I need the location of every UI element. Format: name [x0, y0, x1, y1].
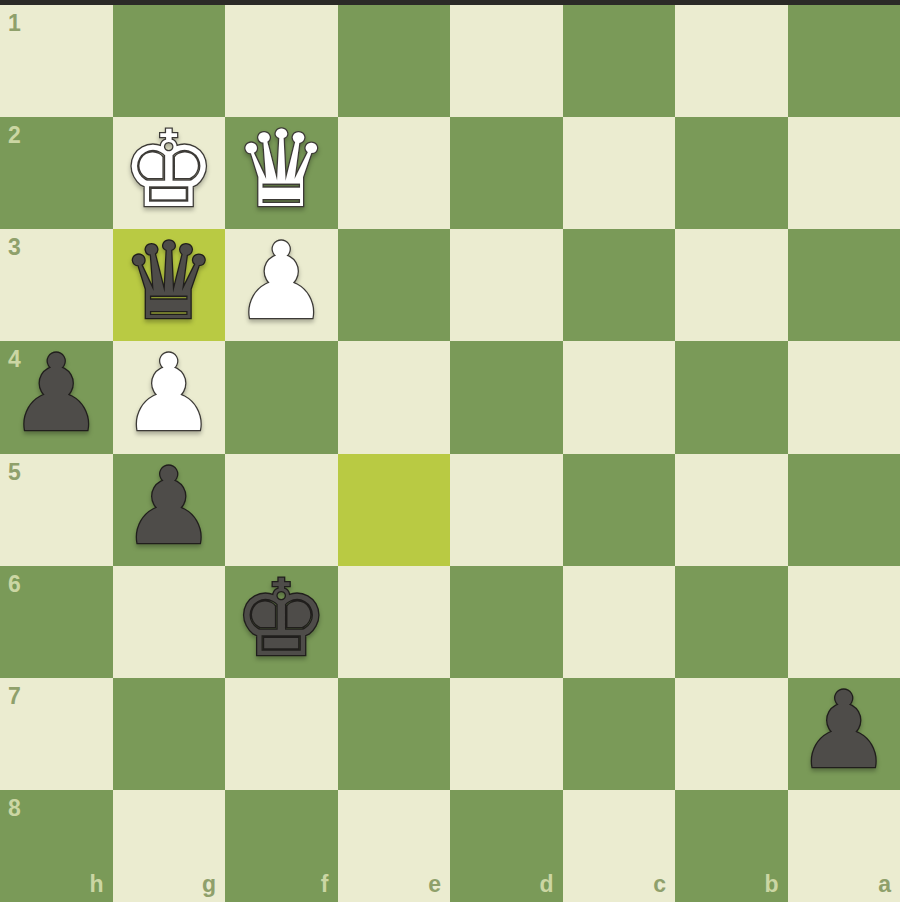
square-d1[interactable]	[450, 5, 563, 117]
square-f2[interactable]: ♛	[225, 117, 338, 229]
square-g6[interactable]	[113, 566, 226, 678]
file-label-g: g	[202, 873, 216, 896]
square-g4[interactable]: ♟	[113, 341, 226, 453]
square-h8[interactable]: 8h	[0, 790, 113, 902]
square-a2[interactable]	[788, 117, 900, 229]
square-d7[interactable]	[450, 678, 563, 790]
black-queen[interactable]: ♛	[121, 229, 216, 335]
square-b5[interactable]	[675, 454, 788, 566]
square-h1[interactable]: 1	[0, 5, 113, 117]
square-c1[interactable]	[563, 5, 676, 117]
square-g1[interactable]	[113, 5, 226, 117]
black-pawn[interactable]: ♟	[9, 341, 104, 447]
rank-label-1: 1	[8, 12, 21, 35]
square-a5[interactable]	[788, 454, 900, 566]
square-d2[interactable]	[450, 117, 563, 229]
square-c2[interactable]	[563, 117, 676, 229]
square-c6[interactable]	[563, 566, 676, 678]
square-f6[interactable]: ♚	[225, 566, 338, 678]
square-c4[interactable]	[563, 341, 676, 453]
square-h6[interactable]: 6	[0, 566, 113, 678]
square-c3[interactable]	[563, 229, 676, 341]
square-b6[interactable]	[675, 566, 788, 678]
square-b2[interactable]	[675, 117, 788, 229]
square-f8[interactable]: f	[225, 790, 338, 902]
file-label-b: b	[764, 873, 778, 896]
square-f5[interactable]	[225, 454, 338, 566]
file-label-d: d	[539, 873, 553, 896]
black-pawn[interactable]: ♟	[796, 678, 891, 784]
square-b4[interactable]	[675, 341, 788, 453]
rank-label-6: 6	[8, 573, 21, 596]
square-a7[interactable]: ♟	[788, 678, 900, 790]
square-e1[interactable]	[338, 5, 451, 117]
square-a8[interactable]: a	[788, 790, 900, 902]
square-f4[interactable]	[225, 341, 338, 453]
file-label-h: h	[89, 873, 103, 896]
file-label-e: e	[428, 873, 441, 896]
square-e7[interactable]	[338, 678, 451, 790]
square-b7[interactable]	[675, 678, 788, 790]
square-a6[interactable]	[788, 566, 900, 678]
square-e8[interactable]: e	[338, 790, 451, 902]
square-e6[interactable]	[338, 566, 451, 678]
white-pawn[interactable]: ♟	[234, 229, 329, 335]
white-pawn[interactable]: ♟	[121, 341, 216, 447]
rank-label-2: 2	[8, 124, 21, 147]
square-g3[interactable]: ♛	[113, 229, 226, 341]
file-label-a: a	[878, 873, 891, 896]
square-b3[interactable]	[675, 229, 788, 341]
square-d5[interactable]	[450, 454, 563, 566]
square-h4[interactable]: 4♟	[0, 341, 113, 453]
square-e4[interactable]	[338, 341, 451, 453]
square-d8[interactable]: d	[450, 790, 563, 902]
black-pawn[interactable]: ♟	[121, 454, 216, 560]
square-f7[interactable]	[225, 678, 338, 790]
square-f1[interactable]	[225, 5, 338, 117]
chess-board: 12♚♛3♛♟4♟♟5♟6♚7♟8hgfedcba	[0, 5, 900, 902]
square-a4[interactable]	[788, 341, 900, 453]
square-h7[interactable]: 7	[0, 678, 113, 790]
white-king[interactable]: ♚	[121, 117, 216, 223]
square-d6[interactable]	[450, 566, 563, 678]
square-f3[interactable]: ♟	[225, 229, 338, 341]
square-g5[interactable]: ♟	[113, 454, 226, 566]
square-c7[interactable]	[563, 678, 676, 790]
rank-label-7: 7	[8, 685, 21, 708]
square-d4[interactable]	[450, 341, 563, 453]
square-b8[interactable]: b	[675, 790, 788, 902]
square-h3[interactable]: 3	[0, 229, 113, 341]
square-c5[interactable]	[563, 454, 676, 566]
square-e2[interactable]	[338, 117, 451, 229]
white-queen[interactable]: ♛	[234, 117, 329, 223]
rank-label-5: 5	[8, 461, 21, 484]
file-label-c: c	[653, 873, 666, 896]
rank-label-3: 3	[8, 236, 21, 259]
square-g8[interactable]: g	[113, 790, 226, 902]
square-h2[interactable]: 2	[0, 117, 113, 229]
square-d3[interactable]	[450, 229, 563, 341]
square-a3[interactable]	[788, 229, 900, 341]
file-label-f: f	[321, 873, 329, 896]
square-b1[interactable]	[675, 5, 788, 117]
square-e5[interactable]	[338, 454, 451, 566]
square-h5[interactable]: 5	[0, 454, 113, 566]
square-g2[interactable]: ♚	[113, 117, 226, 229]
square-c8[interactable]: c	[563, 790, 676, 902]
black-king[interactable]: ♚	[234, 566, 329, 672]
square-g7[interactable]	[113, 678, 226, 790]
square-a1[interactable]	[788, 5, 900, 117]
rank-label-8: 8	[8, 797, 21, 820]
square-e3[interactable]	[338, 229, 451, 341]
